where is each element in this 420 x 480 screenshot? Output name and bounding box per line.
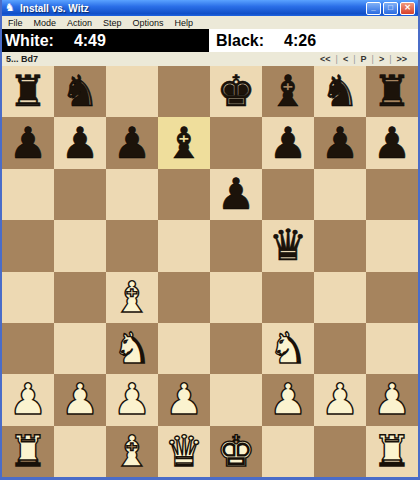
square-b4[interactable]: [54, 272, 106, 323]
square-a4[interactable]: [2, 272, 54, 323]
nav-forward-button[interactable]: >: [374, 54, 389, 64]
square-d8[interactable]: [158, 66, 210, 117]
square-f7[interactable]: ♟: [262, 117, 314, 168]
square-h7[interactable]: ♟: [366, 117, 418, 168]
black-pawn-g7[interactable]: ♟: [321, 122, 360, 165]
white-pawn-a2[interactable]: ♟: [9, 378, 48, 421]
black-rook-a8[interactable]: ♜: [9, 70, 48, 113]
square-h6[interactable]: [366, 169, 418, 220]
square-d5[interactable]: [158, 220, 210, 271]
square-c8[interactable]: [106, 66, 158, 117]
square-g8[interactable]: ♞: [314, 66, 366, 117]
square-c3[interactable]: ♞: [106, 323, 158, 374]
nav-pause-button[interactable]: P: [356, 54, 372, 64]
black-knight-g8[interactable]: ♞: [321, 70, 360, 113]
square-b1[interactable]: [54, 426, 106, 477]
square-a5[interactable]: [2, 220, 54, 271]
black-pawn-a7[interactable]: ♟: [9, 122, 48, 165]
square-c5[interactable]: [106, 220, 158, 271]
square-h1[interactable]: ♜: [366, 426, 418, 477]
black-bishop-f8[interactable]: ♝: [269, 70, 308, 113]
square-f5[interactable]: ♛: [262, 220, 314, 271]
square-c4[interactable]: ♝: [106, 272, 158, 323]
square-e3[interactable]: [210, 323, 262, 374]
menu-bar: File Mode Action Step Options Help: [2, 16, 418, 29]
white-clock-label: White:: [5, 32, 54, 50]
chess-board: ♜♞♚♝♞♜♟♟♟♝♟♟♟♟♛♝♞♞♟♟♟♟♟♟♟♜♝♛♚♜: [2, 66, 418, 477]
black-pawn-e6[interactable]: ♟: [217, 173, 256, 216]
square-d4[interactable]: [158, 272, 210, 323]
last-move-text: 5... Bd7: [6, 54, 38, 64]
square-b7[interactable]: ♟: [54, 117, 106, 168]
white-bishop-c1[interactable]: ♝: [113, 430, 152, 473]
nav-forward-all-button[interactable]: >>: [391, 54, 412, 64]
square-g1[interactable]: [314, 426, 366, 477]
close-button[interactable]: ✕: [400, 2, 415, 15]
white-clock: White: 4:49: [2, 29, 209, 52]
square-d1[interactable]: ♛: [158, 426, 210, 477]
black-pawn-c7[interactable]: ♟: [113, 122, 152, 165]
square-e7[interactable]: [210, 117, 262, 168]
square-d3[interactable]: [158, 323, 210, 374]
menu-item-step[interactable]: Step: [103, 18, 122, 28]
nav-rewind-all-button[interactable]: <<: [315, 54, 336, 64]
window-title: Install vs. Witz: [20, 3, 89, 14]
square-e2[interactable]: [210, 374, 262, 425]
square-b5[interactable]: [54, 220, 106, 271]
white-queen-d1[interactable]: ♛: [165, 430, 204, 473]
app-window: ♞ Install vs. Witz _ □ ✕ File Mode Actio…: [0, 0, 420, 480]
black-king-e8[interactable]: ♚: [217, 70, 256, 113]
square-f1[interactable]: [262, 426, 314, 477]
black-pawn-h7[interactable]: ♟: [373, 122, 412, 165]
menu-item-help[interactable]: Help: [175, 18, 194, 28]
square-b8[interactable]: ♞: [54, 66, 106, 117]
square-g5[interactable]: [314, 220, 366, 271]
app-icon: ♞: [5, 2, 17, 14]
square-h3[interactable]: [366, 323, 418, 374]
square-b3[interactable]: [54, 323, 106, 374]
square-d6[interactable]: [158, 169, 210, 220]
white-pawn-f2[interactable]: ♟: [269, 378, 308, 421]
menu-item-options[interactable]: Options: [133, 18, 164, 28]
white-pawn-h2[interactable]: ♟: [373, 378, 412, 421]
black-knight-b8[interactable]: ♞: [61, 70, 100, 113]
square-h2[interactable]: ♟: [366, 374, 418, 425]
square-g2[interactable]: ♟: [314, 374, 366, 425]
black-clock-time: 4:26: [284, 32, 316, 50]
status-bar: 5... Bd7 << | < | P | > | >>: [2, 52, 418, 66]
square-e1[interactable]: ♚: [210, 426, 262, 477]
black-clock: Black: 4:26: [209, 29, 316, 52]
clock-bar: White: 4:49 Black: 4:26: [2, 29, 418, 52]
square-g7[interactable]: ♟: [314, 117, 366, 168]
white-clock-time: 4:49: [74, 32, 106, 50]
square-g3[interactable]: [314, 323, 366, 374]
white-pawn-g2[interactable]: ♟: [321, 378, 360, 421]
square-a1[interactable]: ♜: [2, 426, 54, 477]
square-e8[interactable]: ♚: [210, 66, 262, 117]
menu-item-mode[interactable]: Mode: [34, 18, 57, 28]
black-pawn-f7[interactable]: ♟: [269, 122, 308, 165]
black-rook-h8[interactable]: ♜: [373, 70, 412, 113]
square-a6[interactable]: [2, 169, 54, 220]
square-f6[interactable]: [262, 169, 314, 220]
square-f2[interactable]: ♟: [262, 374, 314, 425]
white-knight-f3[interactable]: ♞: [269, 327, 308, 370]
black-queen-f5[interactable]: ♛: [269, 224, 308, 267]
square-a8[interactable]: ♜: [2, 66, 54, 117]
square-c1[interactable]: ♝: [106, 426, 158, 477]
square-e6[interactable]: ♟: [210, 169, 262, 220]
white-knight-c3[interactable]: ♞: [113, 327, 152, 370]
square-e4[interactable]: [210, 272, 262, 323]
square-d2[interactable]: ♟: [158, 374, 210, 425]
move-navigation: << | < | P | > | >>: [315, 54, 414, 64]
white-bishop-c4[interactable]: ♝: [113, 276, 152, 319]
white-pawn-b2[interactable]: ♟: [61, 378, 100, 421]
maximize-button[interactable]: □: [383, 2, 398, 15]
minimize-button[interactable]: _: [366, 2, 381, 15]
black-bishop-d7[interactable]: ♝: [165, 122, 204, 165]
square-f3[interactable]: ♞: [262, 323, 314, 374]
square-h5[interactable]: [366, 220, 418, 271]
square-c6[interactable]: [106, 169, 158, 220]
square-h8[interactable]: ♜: [366, 66, 418, 117]
square-g6[interactable]: [314, 169, 366, 220]
black-clock-label: Black:: [216, 32, 264, 50]
white-rook-a1[interactable]: ♜: [9, 430, 48, 473]
square-b2[interactable]: ♟: [54, 374, 106, 425]
window-controls: _ □ ✕: [366, 2, 415, 15]
white-king-e1[interactable]: ♚: [217, 430, 256, 473]
nav-back-button[interactable]: <: [338, 54, 353, 64]
white-pawn-c2[interactable]: ♟: [113, 378, 152, 421]
title-bar[interactable]: ♞ Install vs. Witz _ □ ✕: [2, 0, 418, 16]
square-c2[interactable]: ♟: [106, 374, 158, 425]
square-f4[interactable]: [262, 272, 314, 323]
square-c7[interactable]: ♟: [106, 117, 158, 168]
square-a2[interactable]: ♟: [2, 374, 54, 425]
square-d7[interactable]: ♝: [158, 117, 210, 168]
white-rook-h1[interactable]: ♜: [373, 430, 412, 473]
white-pawn-d2[interactable]: ♟: [165, 378, 204, 421]
menu-item-action[interactable]: Action: [67, 18, 92, 28]
square-a3[interactable]: [2, 323, 54, 374]
menu-item-file[interactable]: File: [8, 18, 23, 28]
square-f8[interactable]: ♝: [262, 66, 314, 117]
square-h4[interactable]: [366, 272, 418, 323]
square-a7[interactable]: ♟: [2, 117, 54, 168]
black-pawn-b7[interactable]: ♟: [61, 122, 100, 165]
square-e5[interactable]: [210, 220, 262, 271]
square-g4[interactable]: [314, 272, 366, 323]
square-b6[interactable]: [54, 169, 106, 220]
